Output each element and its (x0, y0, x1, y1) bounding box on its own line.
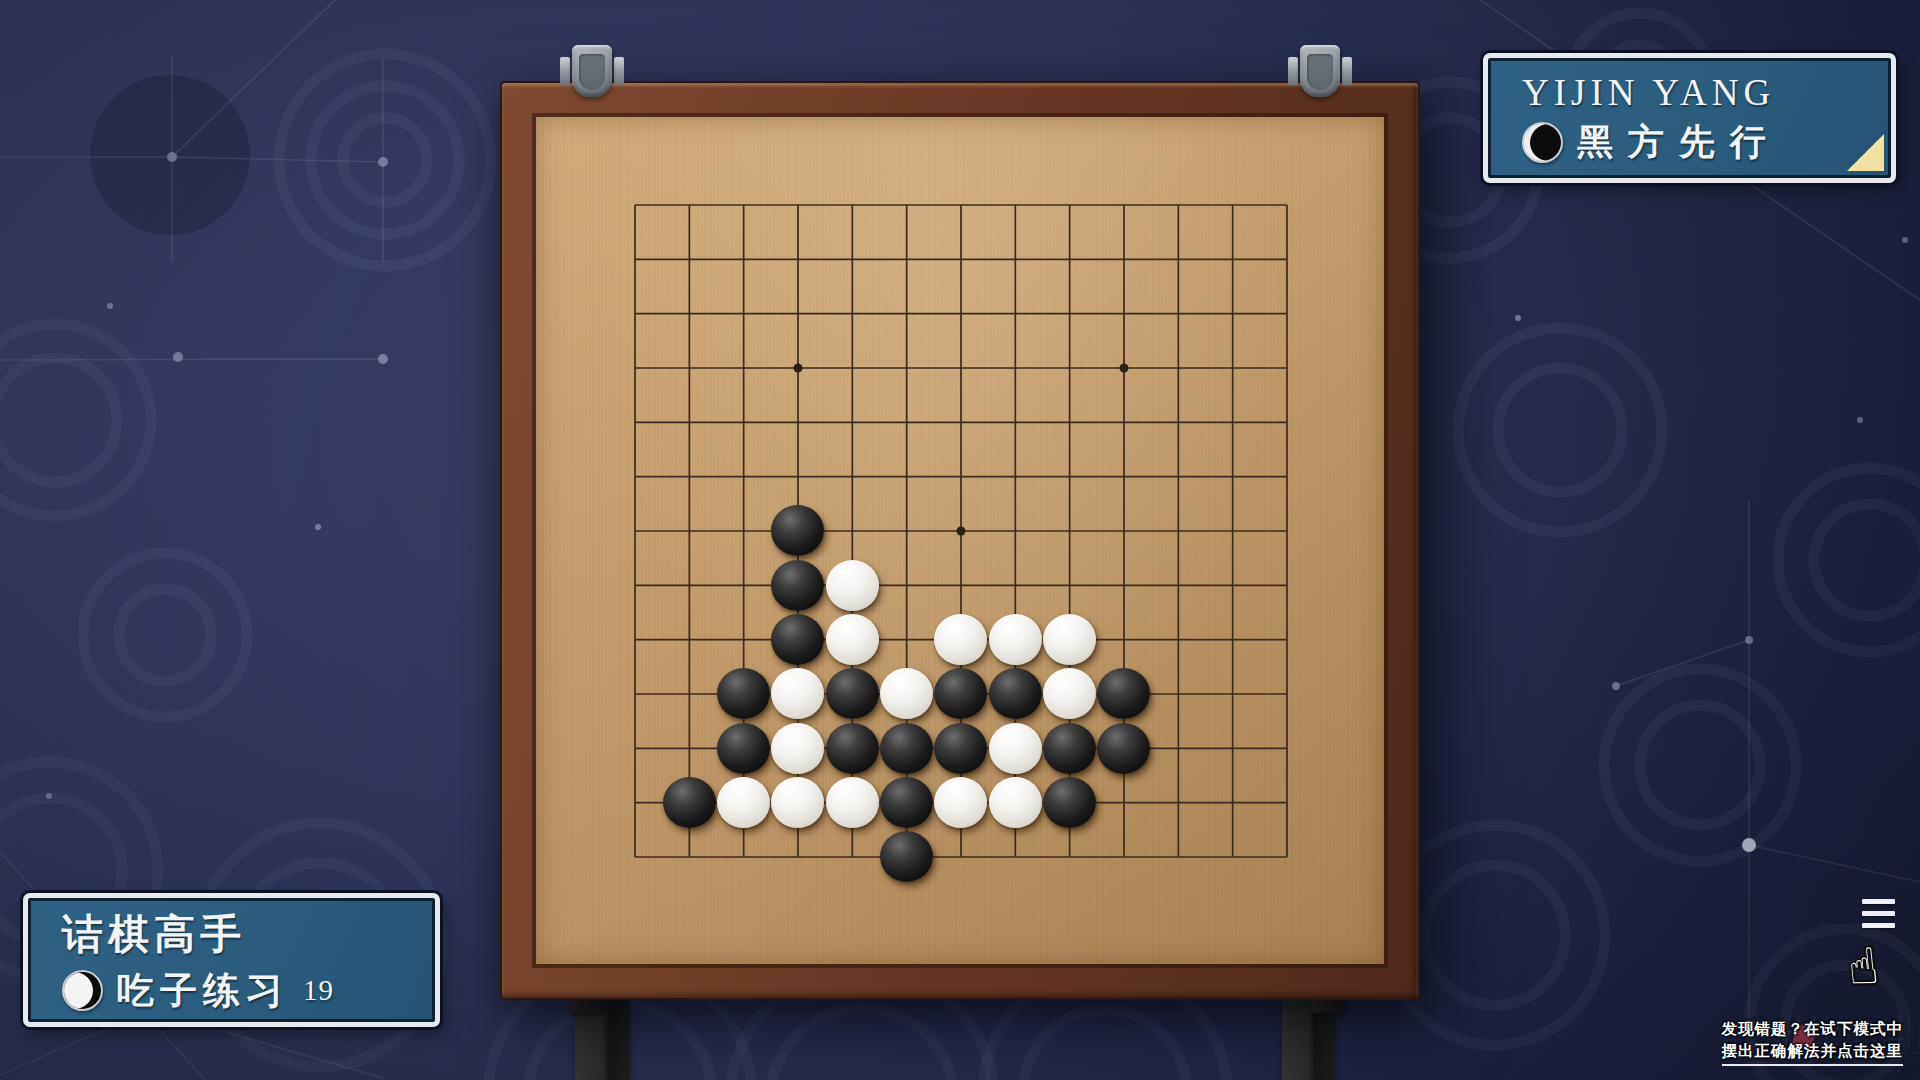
stone-black-H4[interactable] (989, 668, 1042, 719)
stone-white-G2[interactable] (934, 777, 987, 828)
stone-white-J5[interactable] (1043, 614, 1096, 665)
stone-white-H2[interactable] (989, 777, 1042, 828)
hamburger-icon (1862, 911, 1895, 916)
stone-black-J2[interactable] (1043, 777, 1096, 828)
stone-black-D5[interactable] (771, 614, 824, 665)
stone-white-D3[interactable] (771, 723, 824, 774)
stone-white-H3[interactable] (989, 723, 1042, 774)
puzzle-subtitle: 吃子练习 (117, 966, 289, 1016)
stone-white-C2[interactable] (717, 777, 770, 828)
stone-black-G4[interactable] (934, 668, 987, 719)
stone-black-D6[interactable] (771, 560, 824, 611)
clip-wing (1288, 57, 1298, 85)
clip-wing (1342, 57, 1352, 85)
stone-white-E5[interactable] (826, 614, 879, 665)
puzzle-title: 诘棋高手 (62, 907, 419, 962)
hand-pointer-icon: ☝ (1845, 937, 1881, 998)
easel-leg-left (575, 996, 630, 1080)
stone-white-F4[interactable] (880, 668, 933, 719)
stone-black-K4[interactable] (1097, 668, 1150, 719)
hint-line2-link[interactable]: 摆出正确解法并点击这里 (1722, 1040, 1904, 1066)
easel-leg-right (1282, 996, 1335, 1080)
menu-button[interactable] (1862, 899, 1896, 928)
stones-layer (635, 205, 1287, 857)
stone-white-D4[interactable] (771, 668, 824, 719)
stone-black-K3[interactable] (1097, 723, 1150, 774)
corner-fold-marker[interactable] (1847, 134, 1884, 171)
stone-black-C4[interactable] (717, 668, 770, 719)
stone-black-F2[interactable] (880, 777, 933, 828)
player-panel: YIJIN YANG 黑方先行 (1483, 53, 1896, 183)
hamburger-icon (1862, 899, 1895, 904)
stone-black-F3[interactable] (880, 723, 933, 774)
clip-wing (560, 57, 570, 85)
stone-black-E4[interactable] (826, 668, 879, 719)
game-screen: YIJIN YANG 黑方先行 诘棋高手 吃子练习 19 ☝ 围棋宝典 发现错题… (0, 0, 1920, 1080)
stone-black-B2[interactable] (663, 777, 716, 828)
board-clip-right (1295, 45, 1345, 97)
stone-black-C3[interactable] (717, 723, 770, 774)
turn-status: 黑方先行 (1577, 118, 1781, 167)
stone-white-E6[interactable] (826, 560, 879, 611)
puzzle-number: 19 (303, 974, 334, 1007)
player-name: YIJIN YANG (1522, 71, 1875, 114)
board-clip-left (567, 45, 617, 97)
clip-pad (1307, 54, 1333, 90)
stone-white-E2[interactable] (826, 777, 879, 828)
clip-wing (614, 57, 624, 85)
capture-stone-icon (62, 970, 103, 1011)
stone-black-E3[interactable] (826, 723, 879, 774)
stone-black-G3[interactable] (934, 723, 987, 774)
stone-white-D2[interactable] (771, 777, 824, 828)
stone-black-D7[interactable] (771, 505, 824, 556)
stone-white-J4[interactable] (1043, 668, 1096, 719)
black-stone-icon (1522, 122, 1563, 163)
hamburger-icon (1862, 923, 1895, 928)
hint-line1: 发现错题？在试下模式中 (1722, 1018, 1904, 1040)
puzzle-panel: 诘棋高手 吃子练习 19 (23, 893, 440, 1027)
error-report-hint[interactable]: 发现错题？在试下模式中 摆出正确解法并点击这里 (1722, 1018, 1904, 1066)
stone-white-H5[interactable] (989, 614, 1042, 665)
go-board (502, 83, 1418, 998)
stone-white-G5[interactable] (934, 614, 987, 665)
clip-pad (579, 54, 605, 90)
stone-black-J3[interactable] (1043, 723, 1096, 774)
